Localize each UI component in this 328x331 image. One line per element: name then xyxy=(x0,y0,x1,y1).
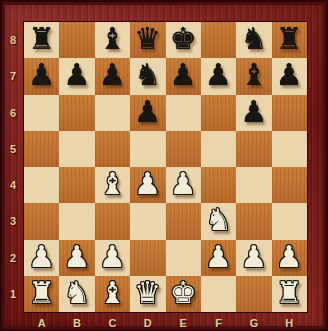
square-c5[interactable] xyxy=(95,131,130,167)
file-label-d: D xyxy=(130,312,165,331)
square-d1[interactable]: ♛ xyxy=(130,276,165,312)
piece-white-pawn[interactable]: ♟ xyxy=(205,242,232,272)
square-e6[interactable] xyxy=(166,95,201,131)
square-a2[interactable]: ♟ xyxy=(24,240,59,276)
piece-black-pawn[interactable]: ♟ xyxy=(240,97,267,127)
square-h7[interactable]: ♟ xyxy=(272,58,307,94)
square-h1[interactable]: ♜ xyxy=(272,276,307,312)
square-d2[interactable] xyxy=(130,240,165,276)
square-c4[interactable]: ♝ xyxy=(95,167,130,203)
square-a8[interactable]: ♜ xyxy=(24,22,59,58)
square-d4[interactable]: ♟ xyxy=(130,167,165,203)
square-f2[interactable]: ♟ xyxy=(201,240,236,276)
piece-black-queen[interactable]: ♛ xyxy=(134,24,161,54)
rank-labels: 87654321 xyxy=(2,22,24,312)
square-h8[interactable]: ♜ xyxy=(272,22,307,58)
square-h6[interactable] xyxy=(272,95,307,131)
file-label-f: F xyxy=(201,312,236,331)
file-label-e: E xyxy=(166,312,201,331)
square-e2[interactable] xyxy=(166,240,201,276)
square-b8[interactable] xyxy=(59,22,94,58)
piece-black-pawn[interactable]: ♟ xyxy=(134,97,161,127)
square-g6[interactable]: ♟ xyxy=(236,95,271,131)
piece-white-bishop[interactable]: ♝ xyxy=(99,169,126,199)
square-d8[interactable]: ♛ xyxy=(130,22,165,58)
square-g4[interactable] xyxy=(236,167,271,203)
piece-black-knight[interactable]: ♞ xyxy=(240,24,267,54)
piece-black-rook[interactable]: ♜ xyxy=(28,24,55,54)
square-c8[interactable]: ♝ xyxy=(95,22,130,58)
piece-black-pawn[interactable]: ♟ xyxy=(170,60,197,90)
square-c7[interactable]: ♟ xyxy=(95,58,130,94)
square-e3[interactable] xyxy=(166,203,201,239)
square-d7[interactable]: ♞ xyxy=(130,58,165,94)
piece-white-pawn[interactable]: ♟ xyxy=(64,242,91,272)
piece-white-pawn[interactable]: ♟ xyxy=(134,169,161,199)
square-f6[interactable] xyxy=(201,95,236,131)
square-h4[interactable] xyxy=(272,167,307,203)
piece-black-bishop[interactable]: ♝ xyxy=(99,24,126,54)
square-h3[interactable] xyxy=(272,203,307,239)
piece-white-pawn[interactable]: ♟ xyxy=(28,242,55,272)
square-e5[interactable] xyxy=(166,131,201,167)
square-c2[interactable]: ♟ xyxy=(95,240,130,276)
piece-white-king[interactable]: ♚ xyxy=(170,278,197,308)
piece-black-pawn[interactable]: ♟ xyxy=(276,60,303,90)
square-f7[interactable]: ♟ xyxy=(201,58,236,94)
square-g1[interactable] xyxy=(236,276,271,312)
square-a1[interactable]: ♜ xyxy=(24,276,59,312)
piece-white-bishop[interactable]: ♝ xyxy=(99,278,126,308)
piece-white-rook[interactable]: ♜ xyxy=(28,278,55,308)
file-labels: ABCDEFGH xyxy=(24,312,307,331)
square-a3[interactable] xyxy=(24,203,59,239)
square-g5[interactable] xyxy=(236,131,271,167)
square-b2[interactable]: ♟ xyxy=(59,240,94,276)
square-d6[interactable]: ♟ xyxy=(130,95,165,131)
square-h5[interactable] xyxy=(272,131,307,167)
square-a4[interactable] xyxy=(24,167,59,203)
rank-label-7: 7 xyxy=(2,58,24,94)
square-g7[interactable]: ♝ xyxy=(236,58,271,94)
piece-white-pawn[interactable]: ♟ xyxy=(276,242,303,272)
square-b4[interactable] xyxy=(59,167,94,203)
square-f3[interactable]: ♞ xyxy=(201,203,236,239)
square-d5[interactable] xyxy=(130,131,165,167)
piece-white-pawn[interactable]: ♟ xyxy=(240,242,267,272)
file-label-a: A xyxy=(24,312,59,331)
piece-black-rook[interactable]: ♜ xyxy=(276,24,303,54)
square-f4[interactable] xyxy=(201,167,236,203)
piece-white-knight[interactable]: ♞ xyxy=(205,205,232,235)
square-h2[interactable]: ♟ xyxy=(272,240,307,276)
square-f1[interactable] xyxy=(201,276,236,312)
square-a5[interactable] xyxy=(24,131,59,167)
square-b5[interactable] xyxy=(59,131,94,167)
square-b1[interactable]: ♞ xyxy=(59,276,94,312)
piece-white-pawn[interactable]: ♟ xyxy=(99,242,126,272)
piece-black-pawn[interactable]: ♟ xyxy=(205,60,232,90)
square-e8[interactable]: ♚ xyxy=(166,22,201,58)
piece-black-king[interactable]: ♚ xyxy=(170,24,197,54)
square-b6[interactable] xyxy=(59,95,94,131)
square-b3[interactable] xyxy=(59,203,94,239)
rank-label-4: 4 xyxy=(2,167,24,203)
square-a6[interactable] xyxy=(24,95,59,131)
rank-label-2: 2 xyxy=(2,240,24,276)
piece-black-pawn[interactable]: ♟ xyxy=(99,60,126,90)
square-e4[interactable]: ♟ xyxy=(166,167,201,203)
square-g8[interactable]: ♞ xyxy=(236,22,271,58)
piece-white-rook[interactable]: ♜ xyxy=(276,278,303,308)
square-g3[interactable] xyxy=(236,203,271,239)
file-label-h: H xyxy=(272,312,307,331)
rank-label-1: 1 xyxy=(2,276,24,312)
square-a7[interactable]: ♟ xyxy=(24,58,59,94)
square-f8[interactable] xyxy=(201,22,236,58)
piece-white-knight[interactable]: ♞ xyxy=(64,278,91,308)
rank-label-5: 5 xyxy=(2,131,24,167)
square-g2[interactable]: ♟ xyxy=(236,240,271,276)
piece-black-pawn[interactable]: ♟ xyxy=(28,60,55,90)
board: ♜♝♛♚♞♜♟♟♟♞♟♟♝♟♟♟♝♟♟♞♟♟♟♟♟♟♜♞♝♛♚♜ xyxy=(24,22,307,312)
piece-black-bishop[interactable]: ♝ xyxy=(240,60,267,90)
piece-black-knight[interactable]: ♞ xyxy=(134,60,161,90)
file-label-g: G xyxy=(236,312,271,331)
square-e1[interactable]: ♚ xyxy=(166,276,201,312)
piece-white-queen[interactable]: ♛ xyxy=(134,278,161,308)
square-b7[interactable]: ♟ xyxy=(59,58,94,94)
square-f5[interactable] xyxy=(201,131,236,167)
file-label-c: C xyxy=(95,312,130,331)
rank-label-8: 8 xyxy=(2,22,24,58)
file-label-b: B xyxy=(59,312,94,331)
piece-white-pawn[interactable]: ♟ xyxy=(170,169,197,199)
rank-label-6: 6 xyxy=(2,95,24,131)
chessboard-frame: 87654321 ♜♝♛♚♞♜♟♟♟♞♟♟♝♟♟♟♝♟♟♞♟♟♟♟♟♟♜♞♝♛♚… xyxy=(0,0,328,331)
square-c3[interactable] xyxy=(95,203,130,239)
square-c1[interactable]: ♝ xyxy=(95,276,130,312)
square-e7[interactable]: ♟ xyxy=(166,58,201,94)
piece-black-pawn[interactable]: ♟ xyxy=(64,60,91,90)
square-c6[interactable] xyxy=(95,95,130,131)
square-d3[interactable] xyxy=(130,203,165,239)
rank-label-3: 3 xyxy=(2,203,24,239)
